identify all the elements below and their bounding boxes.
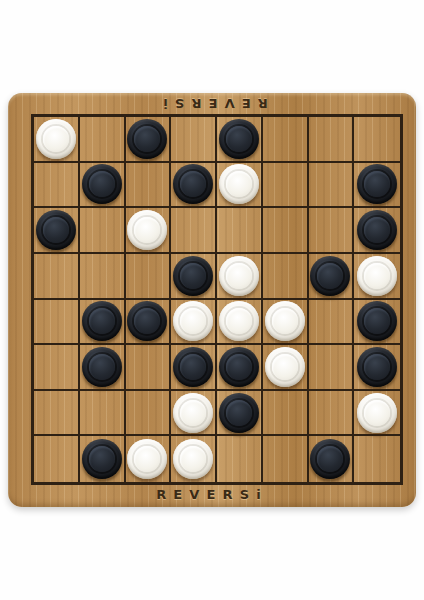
- white-disc-h4[interactable]: [357, 256, 397, 296]
- black-disc-e6[interactable]: [219, 347, 259, 387]
- cell-f7[interactable]: [263, 391, 309, 437]
- black-disc-b2[interactable]: [82, 164, 122, 204]
- cell-f5[interactable]: [263, 300, 309, 346]
- cell-a1[interactable]: [34, 117, 80, 163]
- black-disc-d6[interactable]: [173, 347, 213, 387]
- cell-c8[interactable]: [126, 436, 172, 482]
- cell-g2[interactable]: [309, 163, 355, 209]
- cell-g7[interactable]: [309, 391, 355, 437]
- screenshot-stage: REVERSi REVERSi: [0, 0, 424, 600]
- cell-f6[interactable]: [263, 345, 309, 391]
- cell-h5[interactable]: [354, 300, 400, 346]
- board-title-bottom: REVERSi: [8, 487, 416, 502]
- white-disc-e2[interactable]: [219, 164, 259, 204]
- board-grid: [31, 114, 403, 485]
- cell-a6[interactable]: [34, 345, 80, 391]
- white-disc-d8[interactable]: [173, 439, 213, 479]
- cell-d5[interactable]: [171, 300, 217, 346]
- black-disc-d2[interactable]: [173, 164, 213, 204]
- cell-g6[interactable]: [309, 345, 355, 391]
- cell-f8[interactable]: [263, 436, 309, 482]
- cell-c3[interactable]: [126, 208, 172, 254]
- black-disc-b8[interactable]: [82, 439, 122, 479]
- cell-g5[interactable]: [309, 300, 355, 346]
- white-disc-a1[interactable]: [36, 119, 76, 159]
- white-disc-f5[interactable]: [265, 301, 305, 341]
- cell-b4[interactable]: [80, 254, 126, 300]
- cell-f2[interactable]: [263, 163, 309, 209]
- white-disc-e5[interactable]: [219, 301, 259, 341]
- cell-a3[interactable]: [34, 208, 80, 254]
- cell-g1[interactable]: [309, 117, 355, 163]
- cell-h8[interactable]: [354, 436, 400, 482]
- cell-a4[interactable]: [34, 254, 80, 300]
- cell-e6[interactable]: [217, 345, 263, 391]
- cell-h7[interactable]: [354, 391, 400, 437]
- cell-a7[interactable]: [34, 391, 80, 437]
- cell-d7[interactable]: [171, 391, 217, 437]
- cell-h3[interactable]: [354, 208, 400, 254]
- cell-f1[interactable]: [263, 117, 309, 163]
- black-disc-c1[interactable]: [127, 119, 167, 159]
- cell-e7[interactable]: [217, 391, 263, 437]
- cell-d8[interactable]: [171, 436, 217, 482]
- cell-e2[interactable]: [217, 163, 263, 209]
- cell-d2[interactable]: [171, 163, 217, 209]
- cell-e1[interactable]: [217, 117, 263, 163]
- cell-a8[interactable]: [34, 436, 80, 482]
- cell-c5[interactable]: [126, 300, 172, 346]
- white-disc-c3[interactable]: [127, 210, 167, 250]
- cell-b7[interactable]: [80, 391, 126, 437]
- black-disc-h5[interactable]: [357, 301, 397, 341]
- cell-h2[interactable]: [354, 163, 400, 209]
- cell-b8[interactable]: [80, 436, 126, 482]
- cell-d1[interactable]: [171, 117, 217, 163]
- black-disc-b5[interactable]: [82, 301, 122, 341]
- cell-c4[interactable]: [126, 254, 172, 300]
- black-disc-g4[interactable]: [310, 256, 350, 296]
- white-disc-d7[interactable]: [173, 393, 213, 433]
- cell-d3[interactable]: [171, 208, 217, 254]
- white-disc-e4[interactable]: [219, 256, 259, 296]
- white-disc-c8[interactable]: [127, 439, 167, 479]
- black-disc-e7[interactable]: [219, 393, 259, 433]
- cell-e3[interactable]: [217, 208, 263, 254]
- black-disc-h6[interactable]: [357, 347, 397, 387]
- cell-h1[interactable]: [354, 117, 400, 163]
- cell-a5[interactable]: [34, 300, 80, 346]
- cell-g3[interactable]: [309, 208, 355, 254]
- cell-d4[interactable]: [171, 254, 217, 300]
- white-disc-f6[interactable]: [265, 347, 305, 387]
- cell-f3[interactable]: [263, 208, 309, 254]
- white-disc-d5[interactable]: [173, 301, 213, 341]
- cell-d6[interactable]: [171, 345, 217, 391]
- cell-b1[interactable]: [80, 117, 126, 163]
- cell-a2[interactable]: [34, 163, 80, 209]
- cell-c2[interactable]: [126, 163, 172, 209]
- cell-c1[interactable]: [126, 117, 172, 163]
- black-disc-c5[interactable]: [127, 301, 167, 341]
- cell-b3[interactable]: [80, 208, 126, 254]
- cell-g4[interactable]: [309, 254, 355, 300]
- cell-f4[interactable]: [263, 254, 309, 300]
- white-disc-h7[interactable]: [357, 393, 397, 433]
- cell-h6[interactable]: [354, 345, 400, 391]
- cell-c6[interactable]: [126, 345, 172, 391]
- black-disc-g8[interactable]: [310, 439, 350, 479]
- black-disc-d4[interactable]: [173, 256, 213, 296]
- reversi-board: REVERSi REVERSi: [8, 93, 416, 507]
- board-title-top: REVERSi: [8, 96, 416, 111]
- black-disc-h3[interactable]: [357, 210, 397, 250]
- cell-g8[interactable]: [309, 436, 355, 482]
- cell-c7[interactable]: [126, 391, 172, 437]
- cell-b5[interactable]: [80, 300, 126, 346]
- black-disc-e1[interactable]: [219, 119, 259, 159]
- cell-e8[interactable]: [217, 436, 263, 482]
- black-disc-h2[interactable]: [357, 164, 397, 204]
- cell-b6[interactable]: [80, 345, 126, 391]
- black-disc-b6[interactable]: [82, 347, 122, 387]
- cell-h4[interactable]: [354, 254, 400, 300]
- black-disc-a3[interactable]: [36, 210, 76, 250]
- cell-e5[interactable]: [217, 300, 263, 346]
- cell-b2[interactable]: [80, 163, 126, 209]
- cell-e4[interactable]: [217, 254, 263, 300]
